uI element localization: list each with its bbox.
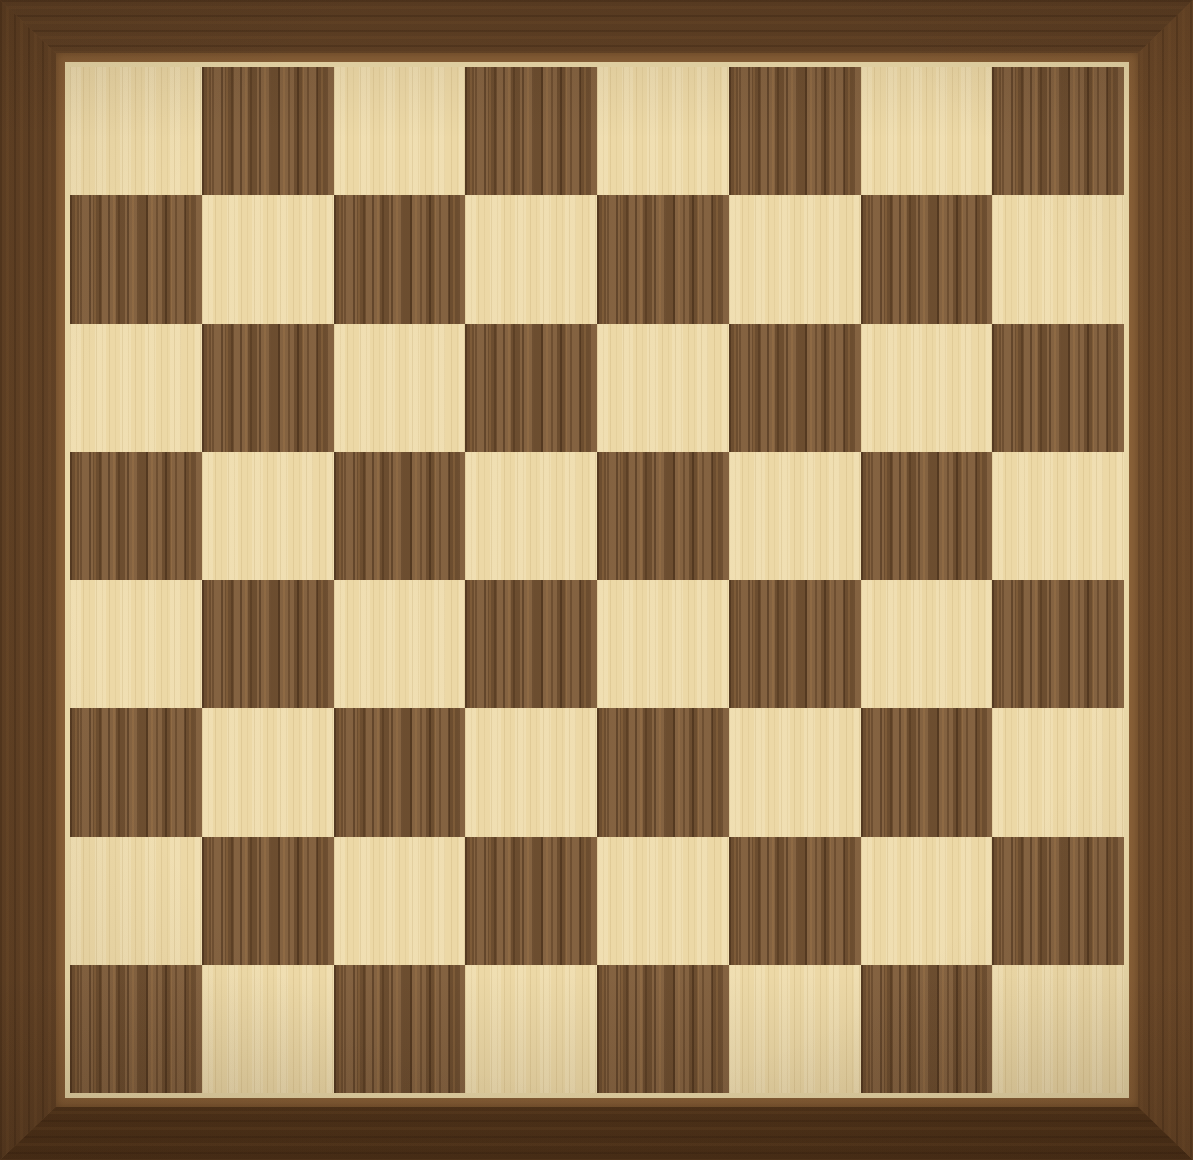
square-c3[interactable] xyxy=(334,708,466,836)
square-g4[interactable] xyxy=(861,580,993,708)
square-a1[interactable] xyxy=(70,965,202,1093)
square-h5[interactable] xyxy=(992,452,1124,580)
square-e3[interactable] xyxy=(597,708,729,836)
square-e2[interactable] xyxy=(597,837,729,965)
square-b5[interactable] xyxy=(202,452,334,580)
square-g7[interactable] xyxy=(861,195,993,323)
square-a7[interactable] xyxy=(70,195,202,323)
square-e4[interactable] xyxy=(597,580,729,708)
square-g5[interactable] xyxy=(861,452,993,580)
square-d7[interactable] xyxy=(465,195,597,323)
square-h4[interactable] xyxy=(992,580,1124,708)
square-h3[interactable] xyxy=(992,708,1124,836)
square-a8[interactable] xyxy=(70,67,202,195)
square-d2[interactable] xyxy=(465,837,597,965)
square-h1[interactable] xyxy=(992,965,1124,1093)
square-b1[interactable] xyxy=(202,965,334,1093)
square-c7[interactable] xyxy=(334,195,466,323)
square-b6[interactable] xyxy=(202,324,334,452)
square-d4[interactable] xyxy=(465,580,597,708)
square-c4[interactable] xyxy=(334,580,466,708)
square-c6[interactable] xyxy=(334,324,466,452)
square-b7[interactable] xyxy=(202,195,334,323)
square-f2[interactable] xyxy=(729,837,861,965)
square-c2[interactable] xyxy=(334,837,466,965)
square-g3[interactable] xyxy=(861,708,993,836)
square-h7[interactable] xyxy=(992,195,1124,323)
chessboard xyxy=(0,0,1193,1160)
square-d5[interactable] xyxy=(465,452,597,580)
square-d8[interactable] xyxy=(465,67,597,195)
square-c5[interactable] xyxy=(334,452,466,580)
square-f3[interactable] xyxy=(729,708,861,836)
square-c8[interactable] xyxy=(334,67,466,195)
square-e6[interactable] xyxy=(597,324,729,452)
square-a3[interactable] xyxy=(70,708,202,836)
square-a4[interactable] xyxy=(70,580,202,708)
square-b3[interactable] xyxy=(202,708,334,836)
square-e1[interactable] xyxy=(597,965,729,1093)
square-g8[interactable] xyxy=(861,67,993,195)
square-g2[interactable] xyxy=(861,837,993,965)
square-f7[interactable] xyxy=(729,195,861,323)
square-f8[interactable] xyxy=(729,67,861,195)
square-h2[interactable] xyxy=(992,837,1124,965)
square-d6[interactable] xyxy=(465,324,597,452)
square-e7[interactable] xyxy=(597,195,729,323)
square-a2[interactable] xyxy=(70,837,202,965)
square-b4[interactable] xyxy=(202,580,334,708)
square-e5[interactable] xyxy=(597,452,729,580)
square-g1[interactable] xyxy=(861,965,993,1093)
square-a6[interactable] xyxy=(70,324,202,452)
square-b8[interactable] xyxy=(202,67,334,195)
square-d1[interactable] xyxy=(465,965,597,1093)
square-f5[interactable] xyxy=(729,452,861,580)
square-h6[interactable] xyxy=(992,324,1124,452)
square-g6[interactable] xyxy=(861,324,993,452)
board-grid xyxy=(70,67,1124,1093)
square-b2[interactable] xyxy=(202,837,334,965)
square-a5[interactable] xyxy=(70,452,202,580)
square-f6[interactable] xyxy=(729,324,861,452)
square-h8[interactable] xyxy=(992,67,1124,195)
square-f1[interactable] xyxy=(729,965,861,1093)
square-d3[interactable] xyxy=(465,708,597,836)
square-e8[interactable] xyxy=(597,67,729,195)
square-f4[interactable] xyxy=(729,580,861,708)
square-c1[interactable] xyxy=(334,965,466,1093)
